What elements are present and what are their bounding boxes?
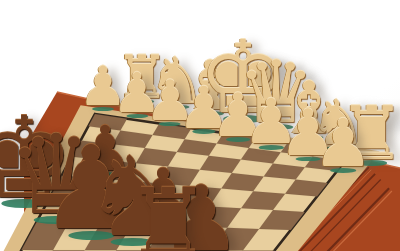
- chess-set-photo: ♜♞♝♚♛♝♞♜♟♟♟♟♟♟♟♟♚♛♟♟♞♟♜♟: [0, 0, 400, 251]
- black-rook-a8-piece[interactable]: ♜: [125, 176, 211, 251]
- white-pawn-a2-piece[interactable]: ♟: [313, 111, 372, 177]
